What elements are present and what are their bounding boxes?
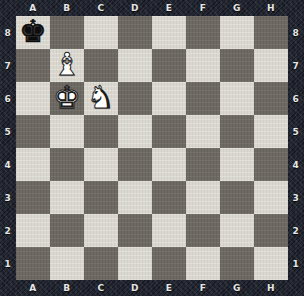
black-king[interactable]: ♚ (19, 16, 47, 47)
file-label-h: H (254, 0, 288, 16)
square-g4[interactable] (220, 148, 254, 181)
file-label-f: F (186, 0, 220, 16)
square-d3[interactable] (118, 181, 152, 214)
square-c6[interactable]: ♞ (84, 82, 118, 115)
white-knight[interactable]: ♞ (87, 82, 115, 113)
file-label-b: B (50, 280, 84, 296)
square-f2[interactable] (186, 214, 220, 247)
square-g5[interactable] (220, 115, 254, 148)
file-label-e: E (152, 280, 186, 296)
square-b3[interactable] (50, 181, 84, 214)
rank-label-2: 2 (0, 214, 16, 247)
file-label-g: G (220, 0, 254, 16)
rank-label-4: 4 (288, 148, 304, 181)
file-label-g: G (220, 280, 254, 296)
file-label-b: B (50, 0, 84, 16)
square-c7[interactable] (84, 49, 118, 82)
square-h7[interactable] (254, 49, 288, 82)
rank-label-8: 8 (0, 16, 16, 49)
square-a4[interactable] (16, 148, 50, 181)
file-label-c: C (84, 280, 118, 296)
square-f7[interactable] (186, 49, 220, 82)
square-a1[interactable] (16, 247, 50, 280)
square-e2[interactable] (152, 214, 186, 247)
square-b2[interactable] (50, 214, 84, 247)
rank-label-3: 3 (0, 181, 16, 214)
square-a6[interactable] (16, 82, 50, 115)
square-c5[interactable] (84, 115, 118, 148)
file-label-f: F (186, 280, 220, 296)
square-h5[interactable] (254, 115, 288, 148)
file-label-d: D (118, 280, 152, 296)
square-b8[interactable] (50, 16, 84, 49)
square-b4[interactable] (50, 148, 84, 181)
square-e4[interactable] (152, 148, 186, 181)
square-d6[interactable] (118, 82, 152, 115)
square-h1[interactable] (254, 247, 288, 280)
file-label-a: A (16, 0, 50, 16)
file-label-e: E (152, 0, 186, 16)
file-labels-top: ABCDEFGH (16, 0, 288, 16)
square-e7[interactable] (152, 49, 186, 82)
square-g3[interactable] (220, 181, 254, 214)
square-c8[interactable] (84, 16, 118, 49)
square-f4[interactable] (186, 148, 220, 181)
square-c4[interactable] (84, 148, 118, 181)
square-c2[interactable] (84, 214, 118, 247)
rank-label-7: 7 (0, 49, 16, 82)
square-d2[interactable] (118, 214, 152, 247)
square-e1[interactable] (152, 247, 186, 280)
rank-label-5: 5 (0, 115, 16, 148)
square-d5[interactable] (118, 115, 152, 148)
square-h8[interactable] (254, 16, 288, 49)
square-d1[interactable] (118, 247, 152, 280)
rank-label-1: 1 (0, 247, 16, 280)
white-king[interactable]: ♚ (53, 82, 81, 113)
rank-label-3: 3 (288, 181, 304, 214)
file-label-a: A (16, 280, 50, 296)
rank-labels-right: 87654321 (288, 16, 304, 280)
square-b1[interactable] (50, 247, 84, 280)
square-f1[interactable] (186, 247, 220, 280)
square-h3[interactable] (254, 181, 288, 214)
rank-label-4: 4 (0, 148, 16, 181)
square-a5[interactable] (16, 115, 50, 148)
square-e6[interactable] (152, 82, 186, 115)
square-b7[interactable]: ♝ (50, 49, 84, 82)
square-g7[interactable] (220, 49, 254, 82)
square-d4[interactable] (118, 148, 152, 181)
file-label-c: C (84, 0, 118, 16)
rank-label-8: 8 (288, 16, 304, 49)
square-h6[interactable] (254, 82, 288, 115)
file-labels-bottom: ABCDEFGH (16, 280, 288, 296)
white-bishop[interactable]: ♝ (53, 49, 81, 80)
square-a2[interactable] (16, 214, 50, 247)
square-b5[interactable] (50, 115, 84, 148)
square-c3[interactable] (84, 181, 118, 214)
chess-board: ♚♝♚♞ (16, 16, 288, 280)
file-label-d: D (118, 0, 152, 16)
square-a3[interactable] (16, 181, 50, 214)
square-e3[interactable] (152, 181, 186, 214)
square-e5[interactable] (152, 115, 186, 148)
square-f8[interactable] (186, 16, 220, 49)
rank-label-6: 6 (288, 82, 304, 115)
square-b6[interactable]: ♚ (50, 82, 84, 115)
square-g1[interactable] (220, 247, 254, 280)
rank-label-2: 2 (288, 214, 304, 247)
square-a7[interactable] (16, 49, 50, 82)
square-h2[interactable] (254, 214, 288, 247)
square-f6[interactable] (186, 82, 220, 115)
square-c1[interactable] (84, 247, 118, 280)
square-h4[interactable] (254, 148, 288, 181)
square-e8[interactable] (152, 16, 186, 49)
square-d8[interactable] (118, 16, 152, 49)
rank-label-7: 7 (288, 49, 304, 82)
rank-label-6: 6 (0, 82, 16, 115)
square-g2[interactable] (220, 214, 254, 247)
file-label-h: H (254, 280, 288, 296)
chess-board-frame: ABCDEFGH ABCDEFGH 87654321 87654321 ♚♝♚♞ (0, 0, 304, 296)
square-d7[interactable] (118, 49, 152, 82)
square-g8[interactable] (220, 16, 254, 49)
rank-label-5: 5 (288, 115, 304, 148)
rank-labels-left: 87654321 (0, 16, 16, 280)
square-g6[interactable] (220, 82, 254, 115)
rank-label-1: 1 (288, 247, 304, 280)
square-a8[interactable]: ♚ (16, 16, 50, 49)
square-f5[interactable] (186, 115, 220, 148)
square-f3[interactable] (186, 181, 220, 214)
